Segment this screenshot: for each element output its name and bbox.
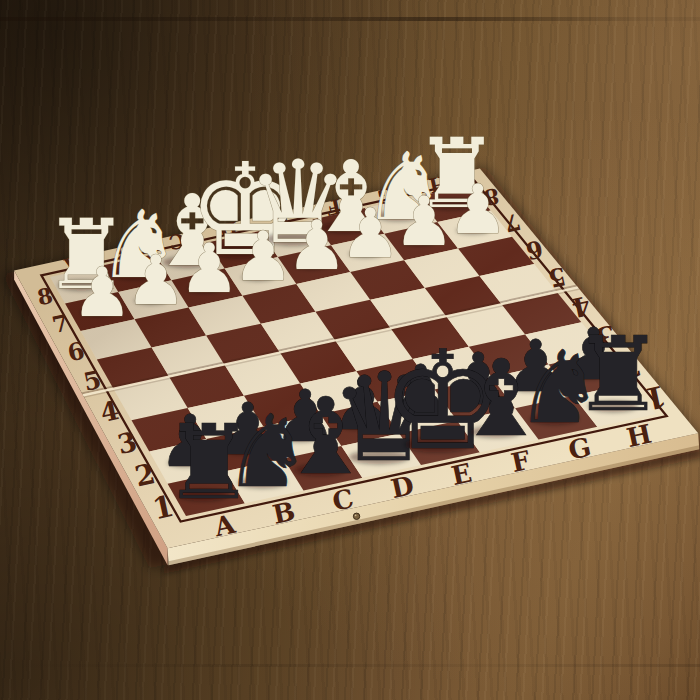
- piece-black-rook-h1[interactable]: ♜: [572, 314, 664, 434]
- piece-white-pawn-h7[interactable]: ♟: [447, 170, 508, 249]
- piece-white-pawn-a7[interactable]: ♟: [72, 253, 133, 332]
- piece-white-pawn-e7[interactable]: ♟: [286, 206, 347, 285]
- chessboard: 8877665544332211AABBCCDDEEFFGGHH♜♞♝♚♛♝♞♜…: [0, 0, 700, 700]
- piece-white-pawn-f7[interactable]: ♟: [340, 194, 401, 273]
- hinge-screw: [353, 513, 359, 519]
- piece-white-pawn-g7[interactable]: ♟: [394, 182, 455, 261]
- photo-scene: 8877665544332211AABBCCDDEEFFGGHH♜♞♝♚♛♝♞♜…: [0, 0, 700, 700]
- piece-white-pawn-d7[interactable]: ♟: [233, 217, 294, 296]
- piece-white-pawn-b7[interactable]: ♟: [125, 241, 186, 320]
- piece-white-pawn-c7[interactable]: ♟: [179, 229, 240, 308]
- hinge-screw-highlight: [355, 514, 357, 516]
